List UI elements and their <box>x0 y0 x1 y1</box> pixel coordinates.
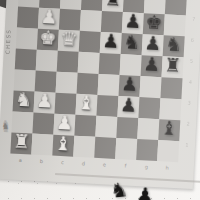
black-bishop-h2[interactable]: ♝ <box>158 117 180 139</box>
square-c4[interactable] <box>56 72 78 94</box>
square-b3[interactable]: ♟ <box>34 92 56 114</box>
rank-label-6: 6 <box>187 37 198 58</box>
square-d5[interactable] <box>78 52 100 74</box>
square-e4[interactable] <box>98 74 120 96</box>
black-pawn-g5[interactable]: ♟ <box>141 53 163 75</box>
square-c1[interactable]: ♝ <box>52 135 74 157</box>
black-rook-h5[interactable]: ♜ <box>162 54 184 76</box>
square-e5[interactable] <box>99 53 121 75</box>
square-h4[interactable] <box>160 77 182 99</box>
file-label-g: g <box>136 162 157 171</box>
rank-label-4: 4 <box>184 78 195 99</box>
square-e3[interactable] <box>96 95 118 117</box>
white-bishop-d3[interactable]: ♝ <box>76 92 98 114</box>
square-b1[interactable] <box>31 134 53 156</box>
black-knight-f6[interactable]: ♞ <box>121 31 143 53</box>
square-d3[interactable]: ♝ <box>75 94 97 116</box>
black-pawn-e6[interactable]: ♟ <box>100 30 122 52</box>
square-a3[interactable]: ♞ <box>13 90 35 112</box>
knight-logo-icon: ♞ <box>0 121 12 132</box>
square-d7[interactable] <box>80 10 102 32</box>
black-pawn-f4[interactable]: ♟ <box>119 73 141 95</box>
file-label-h: h <box>157 163 178 172</box>
square-e2[interactable] <box>95 116 117 138</box>
square-a1[interactable]: ♜ <box>10 132 32 154</box>
black-pawn-g6[interactable]: ♟ <box>142 32 164 54</box>
square-c6[interactable]: ♛ <box>58 30 80 52</box>
file-label-a: a <box>10 155 31 164</box>
square-a7[interactable] <box>17 7 39 29</box>
white-pawn-b3[interactable]: ♟ <box>34 90 56 112</box>
square-h2[interactable]: ♝ <box>158 119 180 141</box>
square-e1[interactable] <box>94 137 116 159</box>
square-f1[interactable] <box>115 138 137 160</box>
photo-scene: ♜♟♟♚♚♛♟♞♟♞♟♜♟♞♟♝♟♟♝♜♝ CHESS ♞ abcdefgh 1… <box>0 0 200 200</box>
square-f6[interactable]: ♞ <box>121 33 143 55</box>
chess-board-sheet: ♜♟♟♚♚♛♟♞♟♞♟♜♟♞♟♝♟♟♝♜♝ CHESS ♞ abcdefgh 1… <box>0 0 200 189</box>
rank-label-2: 2 <box>182 120 193 141</box>
rank-label-5: 5 <box>186 57 197 78</box>
square-h1[interactable] <box>157 140 179 162</box>
square-g3[interactable] <box>138 97 160 119</box>
white-rook-a1[interactable]: ♜ <box>10 131 32 153</box>
square-g1[interactable] <box>136 139 158 161</box>
file-label-c: c <box>52 158 73 167</box>
white-pawn-c2[interactable]: ♟ <box>53 112 75 134</box>
square-d2[interactable] <box>74 115 96 137</box>
file-label-b: b <box>31 156 52 165</box>
square-a5[interactable] <box>15 49 37 71</box>
square-h5[interactable]: ♜ <box>162 56 184 78</box>
square-d6[interactable] <box>79 31 101 53</box>
white-queen-c6[interactable]: ♛ <box>58 28 80 50</box>
square-b2[interactable] <box>32 113 54 135</box>
square-b5[interactable] <box>36 50 58 72</box>
white-knight-a3[interactable]: ♞ <box>13 89 35 111</box>
black-pawn-f7[interactable]: ♟ <box>122 10 144 32</box>
file-label-e: e <box>94 160 115 169</box>
square-f2[interactable] <box>116 117 138 139</box>
square-g5[interactable]: ♟ <box>141 55 163 77</box>
captured-black-pawn: ♟ <box>135 182 155 200</box>
file-label-f: f <box>115 161 136 170</box>
square-a6[interactable] <box>16 28 38 50</box>
square-f3[interactable]: ♟ <box>117 96 139 118</box>
square-d1[interactable] <box>73 136 95 158</box>
black-knight-h6[interactable]: ♞ <box>163 33 185 55</box>
square-g4[interactable] <box>139 76 161 98</box>
rank-label-7: 7 <box>188 16 199 37</box>
white-king-b6[interactable]: ♚ <box>37 27 59 49</box>
rank-label-1: 1 <box>181 141 192 162</box>
black-rook-e8[interactable]: ♜ <box>102 0 124 10</box>
white-pawn-b7[interactable]: ♟ <box>38 6 60 28</box>
captured-black-knight: ♞ <box>109 177 129 200</box>
black-pawn-f3[interactable]: ♟ <box>118 94 140 116</box>
chess-board-grid: ♜♟♟♚♚♛♟♞♟♞♟♜♟♞♟♝♟♟♝♜♝ <box>10 0 187 162</box>
black-king-g7[interactable]: ♚ <box>143 11 165 33</box>
square-c5[interactable] <box>57 51 79 73</box>
square-b6[interactable]: ♚ <box>37 29 59 51</box>
file-label-d: d <box>73 159 94 168</box>
square-h8[interactable] <box>165 0 187 15</box>
rank-label-3: 3 <box>183 99 194 120</box>
square-g2[interactable] <box>137 118 159 140</box>
white-bishop-c1[interactable]: ♝ <box>52 133 74 155</box>
rank-label-8: 8 <box>189 0 200 16</box>
square-e6[interactable]: ♟ <box>100 32 122 54</box>
